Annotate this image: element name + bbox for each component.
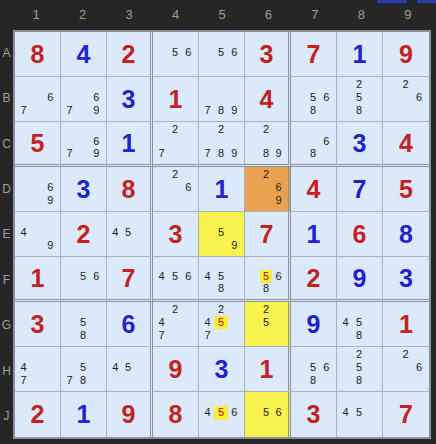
cell-G4[interactable]: 247 (153, 302, 199, 347)
candidate-4: 4 (17, 226, 30, 239)
candidate-4: 4 (201, 270, 214, 282)
pencil-marks: 45 (109, 213, 147, 252)
candidate-6: 6 (272, 406, 285, 419)
candidate-8: 8 (352, 104, 365, 117)
cell-E7[interactable]: 1 (291, 212, 337, 257)
pencil-marks: 247 (155, 303, 195, 342)
pencil-marks: 269 (247, 168, 285, 207)
candidate-7: 7 (201, 329, 214, 342)
cell-A3[interactable]: 2 (107, 32, 153, 77)
candidate-6: 6 (228, 46, 241, 59)
cell-F9[interactable]: 3 (383, 257, 429, 302)
cell-F8[interactable]: 9 (337, 257, 383, 302)
cell-H1[interactable]: 47 (15, 347, 61, 392)
row-headers: ABCDEFGHJ (0, 30, 13, 439)
candidate-4: 4 (201, 316, 214, 329)
candidate-5: 5 (260, 406, 273, 419)
pencil-marks: 258 (339, 78, 379, 117)
candidate-5: 5 (306, 361, 319, 374)
solved-digit: 3 (107, 77, 150, 121)
cell-E2[interactable]: 2 (61, 212, 107, 257)
cell-H9[interactable]: 26 (383, 347, 429, 392)
given-digit: 3 (153, 212, 198, 256)
pencil-marks: 45 (109, 348, 147, 387)
window-accent-strip-1 (377, 0, 407, 3)
pencil-marks: 69 (17, 168, 57, 207)
candidate-5: 5 (352, 91, 365, 104)
cell-E6[interactable]: 7 (245, 212, 291, 257)
pencil-marks: 56 (201, 33, 241, 72)
candidate-8: 8 (306, 104, 319, 117)
solved-digit: 6 (107, 302, 150, 346)
candidate-2: 2 (168, 303, 181, 316)
given-digit: 3 (291, 392, 336, 437)
given-digit: 6 (337, 212, 382, 256)
candidate-5: 5 (168, 46, 181, 59)
pencil-marks: 568 (293, 78, 333, 117)
cell-E9[interactable]: 8 (383, 212, 429, 257)
pencil-marks: 59 (201, 213, 241, 252)
candidate-9: 9 (90, 148, 103, 160)
solved-digit: 3 (337, 122, 382, 164)
candidate-9: 9 (44, 239, 57, 252)
candidate-6: 6 (182, 46, 195, 59)
candidate-8: 8 (214, 283, 227, 295)
given-digit: 1 (383, 302, 429, 346)
given-digit: 5 (383, 167, 429, 211)
candidate-5: 5 (352, 316, 365, 329)
candidate-7: 7 (17, 374, 30, 387)
pencil-marks: 568 (247, 258, 285, 295)
cell-B2[interactable]: 679 (61, 77, 107, 122)
solved-digit: 1 (107, 122, 150, 164)
solved-digit: 7 (337, 167, 382, 211)
cell-A7[interactable]: 7 (291, 32, 337, 77)
solved-digit: 3 (383, 257, 429, 299)
cell-E5[interactable]: 59 (199, 212, 245, 257)
candidate-5: 5 (306, 91, 319, 104)
solved-digit: 8 (383, 212, 429, 256)
cell-D6[interactable]: 269 (245, 167, 291, 212)
cell-J1[interactable]: 2 (15, 392, 61, 437)
candidate-4: 4 (155, 316, 168, 329)
cell-B7[interactable]: 568 (291, 77, 337, 122)
candidate-7: 7 (63, 374, 76, 387)
candidate-9: 9 (272, 194, 285, 207)
cell-J7[interactable]: 3 (291, 392, 337, 437)
candidate-6: 6 (320, 91, 333, 104)
candidate-6: 6 (182, 181, 195, 194)
candidate-5-highlighted: 5 (214, 316, 227, 329)
window-accent-strip-2 (417, 0, 436, 3)
solved-digit: 1 (61, 392, 106, 437)
solved-digit: 3 (61, 167, 106, 211)
candidate-6: 6 (90, 135, 103, 147)
candidate-2: 2 (399, 78, 413, 91)
pencil-marks: 456 (201, 393, 241, 433)
cell-F6[interactable]: 568 (245, 257, 291, 302)
row-label-B: B (0, 75, 13, 120)
column-label-8: 8 (338, 0, 384, 29)
candidate-7: 7 (201, 104, 214, 117)
cell-E3[interactable]: 45 (107, 212, 153, 257)
candidate-9: 9 (44, 194, 57, 207)
cell-F4[interactable]: 456 (153, 257, 199, 302)
cell-A2[interactable]: 4 (61, 32, 107, 77)
candidate-2: 2 (214, 123, 227, 135)
candidate-6: 6 (90, 91, 103, 104)
candidate-4: 4 (339, 406, 352, 419)
column-label-4: 4 (152, 0, 198, 29)
given-digit: 1 (245, 347, 288, 391)
candidate-5: 5 (122, 226, 135, 239)
cell-J9[interactable]: 7 (383, 392, 429, 437)
pencil-marks: 458 (201, 258, 241, 295)
row-label-J: J (0, 394, 13, 439)
cell-A8[interactable]: 1 (337, 32, 383, 77)
candidate-6: 6 (412, 361, 426, 374)
candidate-4: 4 (109, 361, 122, 374)
cell-J3[interactable]: 9 (107, 392, 153, 437)
candidate-8: 8 (76, 374, 89, 387)
cell-E1[interactable]: 49 (15, 212, 61, 257)
cell-C8[interactable]: 3 (337, 122, 383, 167)
candidate-5: 5 (168, 270, 181, 282)
candidate-5-highlighted: 5 (260, 270, 273, 282)
cell-H5[interactable]: 3 (199, 347, 245, 392)
cell-G5[interactable]: 2457 (199, 302, 245, 347)
column-label-9: 9 (385, 0, 431, 29)
candidate-9: 9 (228, 148, 241, 160)
solved-digit: 3 (199, 347, 244, 391)
row-label-C: C (0, 121, 13, 166)
pencil-marks: 25 (247, 303, 285, 342)
column-label-6: 6 (245, 0, 291, 29)
cell-H4[interactable]: 9 (153, 347, 199, 392)
cell-H8[interactable]: 258 (337, 347, 383, 392)
cell-C9[interactable]: 4 (383, 122, 429, 167)
solved-digit: 1 (291, 212, 336, 256)
given-digit: 8 (15, 32, 60, 76)
candidate-6: 6 (320, 361, 333, 374)
cell-B3[interactable]: 3 (107, 77, 153, 122)
candidate-6: 6 (272, 270, 285, 282)
candidate-5: 5 (76, 270, 89, 282)
candidate-8: 8 (214, 104, 227, 117)
candidate-6: 6 (44, 181, 57, 194)
candidate-2: 2 (168, 168, 181, 181)
given-digit: 3 (245, 32, 288, 76)
cell-F1[interactable]: 1 (15, 257, 61, 302)
pencil-marks: 578 (63, 348, 103, 387)
given-digit: 2 (107, 32, 150, 76)
cell-J2[interactable]: 1 (61, 392, 107, 437)
given-digit: 3 (15, 302, 60, 346)
candidate-8: 8 (306, 148, 319, 160)
candidate-2: 2 (260, 303, 273, 316)
pencil-marks: 289 (247, 123, 285, 160)
given-digit: 9 (107, 392, 150, 437)
pencil-marks: 56 (155, 33, 195, 72)
pencil-marks: 47 (17, 348, 57, 387)
candidate-2: 2 (260, 123, 273, 135)
candidate-8: 8 (352, 329, 365, 342)
cell-C7[interactable]: 68 (291, 122, 337, 167)
given-digit: 7 (383, 392, 429, 437)
candidate-8: 8 (306, 374, 319, 387)
cell-H2[interactable]: 578 (61, 347, 107, 392)
pencil-marks: 45 (339, 393, 379, 433)
cell-B5[interactable]: 789 (199, 77, 245, 122)
candidate-6: 6 (44, 91, 57, 104)
candidate-5: 5 (352, 406, 365, 419)
pencil-marks: 2457 (201, 303, 241, 342)
given-digit: 4 (383, 122, 429, 164)
candidate-6: 6 (228, 406, 241, 419)
candidate-6: 6 (412, 91, 426, 104)
candidate-8: 8 (214, 148, 227, 160)
cell-A9[interactable]: 9 (383, 32, 429, 77)
candidate-7: 7 (155, 329, 168, 342)
pencil-marks: 789 (201, 78, 241, 117)
cell-B8[interactable]: 258 (337, 77, 383, 122)
candidate-4: 4 (17, 361, 30, 374)
cell-F3[interactable]: 7 (107, 257, 153, 302)
cell-J4[interactable]: 8 (153, 392, 199, 437)
cell-C3[interactable]: 1 (107, 122, 153, 167)
cell-D3[interactable]: 8 (107, 167, 153, 212)
column-label-7: 7 (292, 0, 338, 29)
cell-C4[interactable]: 27 (153, 122, 199, 167)
cell-D7[interactable]: 4 (291, 167, 337, 212)
candidate-6: 6 (182, 270, 195, 282)
candidate-7: 7 (201, 148, 214, 160)
candidate-6: 6 (272, 181, 285, 194)
candidate-6: 6 (320, 135, 333, 147)
candidate-7: 7 (63, 148, 76, 160)
given-digit: 4 (291, 167, 336, 211)
given-digit: 4 (245, 77, 288, 121)
cell-A5[interactable]: 56 (199, 32, 245, 77)
cell-J6[interactable]: 56 (245, 392, 291, 437)
candidate-8: 8 (352, 374, 365, 387)
candidate-7: 7 (17, 104, 30, 117)
pencil-marks: 456 (155, 258, 195, 295)
pencil-marks: 56 (247, 393, 285, 433)
cell-G3[interactable]: 6 (107, 302, 153, 347)
candidate-2: 2 (214, 303, 227, 316)
pencil-marks: 2789 (201, 123, 241, 160)
cell-C1[interactable]: 5 (15, 122, 61, 167)
candidate-4: 4 (201, 406, 214, 419)
candidate-5: 5 (214, 226, 227, 239)
given-digit: 1 (15, 257, 60, 299)
candidate-5: 5 (122, 361, 135, 374)
pencil-marks: 67 (17, 78, 57, 117)
candidate-4: 4 (339, 316, 352, 329)
solved-digit: 1 (337, 32, 382, 76)
candidate-2: 2 (352, 348, 365, 361)
pencil-marks: 56 (63, 258, 103, 295)
pencil-marks: 679 (63, 78, 103, 117)
candidate-9: 9 (272, 148, 285, 160)
row-label-H: H (0, 348, 13, 393)
cell-J5[interactable]: 456 (199, 392, 245, 437)
cell-C6[interactable]: 289 (245, 122, 291, 167)
given-digit: 2 (15, 392, 60, 437)
cell-G1[interactable]: 3 (15, 302, 61, 347)
solved-digit: 9 (291, 302, 336, 346)
sudoku-board: 8425656371967679317894568258265679127278… (13, 30, 431, 439)
candidate-8: 8 (76, 329, 89, 342)
cell-C5[interactable]: 2789 (199, 122, 245, 167)
candidate-8: 8 (260, 283, 273, 295)
solved-digit: 9 (337, 257, 382, 299)
cell-D2[interactable]: 3 (61, 167, 107, 212)
pencil-marks: 68 (293, 123, 333, 160)
cell-A1[interactable]: 8 (15, 32, 61, 77)
cell-C2[interactable]: 679 (61, 122, 107, 167)
given-digit: 1 (153, 77, 198, 121)
given-digit: 9 (383, 32, 429, 76)
cell-D5[interactable]: 1 (199, 167, 245, 212)
candidate-5: 5 (76, 316, 89, 329)
candidate-5: 5 (214, 46, 227, 59)
candidate-2: 2 (260, 168, 273, 181)
cell-G2[interactable]: 58 (61, 302, 107, 347)
cell-D4[interactable]: 26 (153, 167, 199, 212)
column-label-5: 5 (199, 0, 245, 29)
pencil-marks: 679 (63, 123, 103, 160)
row-label-E: E (0, 212, 13, 257)
cell-F7[interactable]: 2 (291, 257, 337, 302)
cell-G6[interactable]: 25 (245, 302, 291, 347)
row-label-D: D (0, 166, 13, 211)
column-label-1: 1 (13, 0, 59, 29)
candidate-9: 9 (228, 104, 241, 117)
cell-E8[interactable]: 6 (337, 212, 383, 257)
row-label-G: G (0, 303, 13, 348)
row-label-A: A (0, 30, 13, 75)
candidate-9: 9 (90, 104, 103, 117)
given-digit: 7 (291, 32, 336, 76)
row-label-F: F (0, 257, 13, 302)
candidate-8: 8 (260, 148, 273, 160)
candidate-7: 7 (155, 148, 168, 160)
cell-H7[interactable]: 568 (291, 347, 337, 392)
pencil-marks: 458 (339, 303, 379, 342)
cell-B6[interactable]: 4 (245, 77, 291, 122)
cell-G9[interactable]: 1 (383, 302, 429, 347)
solved-digit: 1 (199, 167, 244, 211)
pencil-marks: 49 (17, 213, 57, 252)
candidate-4: 4 (109, 226, 122, 239)
pencil-marks: 258 (339, 348, 379, 387)
pencil-marks: 26 (385, 348, 426, 387)
cell-J8[interactable]: 45 (337, 392, 383, 437)
given-digit: 2 (291, 257, 336, 299)
cell-G7[interactable]: 9 (291, 302, 337, 347)
candidate-5: 5 (76, 361, 89, 374)
solved-digit: 4 (61, 32, 106, 76)
candidate-2: 2 (168, 123, 181, 135)
cell-B1[interactable]: 67 (15, 77, 61, 122)
given-digit: 9 (153, 347, 198, 391)
candidate-5: 5 (352, 361, 365, 374)
candidate-2: 2 (399, 348, 413, 361)
cell-D1[interactable]: 69 (15, 167, 61, 212)
candidate-9: 9 (228, 239, 241, 252)
candidate-5: 5 (260, 316, 273, 329)
cell-D8[interactable]: 7 (337, 167, 383, 212)
cell-F5[interactable]: 458 (199, 257, 245, 302)
candidate-6: 6 (90, 270, 103, 282)
candidate-4: 4 (155, 270, 168, 282)
column-label-2: 2 (59, 0, 105, 29)
given-digit: 7 (245, 212, 288, 256)
candidate-5: 5 (214, 270, 227, 282)
pencil-marks: 26 (155, 168, 195, 207)
pencil-marks: 27 (155, 123, 195, 160)
pencil-marks: 568 (293, 348, 333, 387)
candidate-5-highlighted: 5 (214, 406, 227, 419)
column-label-3: 3 (106, 0, 152, 29)
candidate-2: 2 (352, 78, 365, 91)
cell-D9[interactable]: 5 (383, 167, 429, 212)
cell-H6[interactable]: 1 (245, 347, 291, 392)
cell-F2[interactable]: 56 (61, 257, 107, 302)
cell-E4[interactable]: 3 (153, 212, 199, 257)
cell-G8[interactable]: 458 (337, 302, 383, 347)
cell-A6[interactable]: 3 (245, 32, 291, 77)
given-digit: 5 (15, 122, 60, 164)
given-digit: 2 (61, 212, 106, 256)
cell-A4[interactable]: 56 (153, 32, 199, 77)
pencil-marks: 58 (63, 303, 103, 342)
candidate-7: 7 (63, 104, 76, 117)
cell-H3[interactable]: 45 (107, 347, 153, 392)
cell-B4[interactable]: 1 (153, 77, 199, 122)
cell-B9[interactable]: 26 (383, 77, 429, 122)
given-digit: 8 (153, 392, 198, 437)
column-headers: 123456789 (13, 0, 431, 29)
given-digit: 7 (107, 257, 150, 299)
given-digit: 8 (107, 167, 150, 211)
pencil-marks: 26 (385, 78, 426, 117)
